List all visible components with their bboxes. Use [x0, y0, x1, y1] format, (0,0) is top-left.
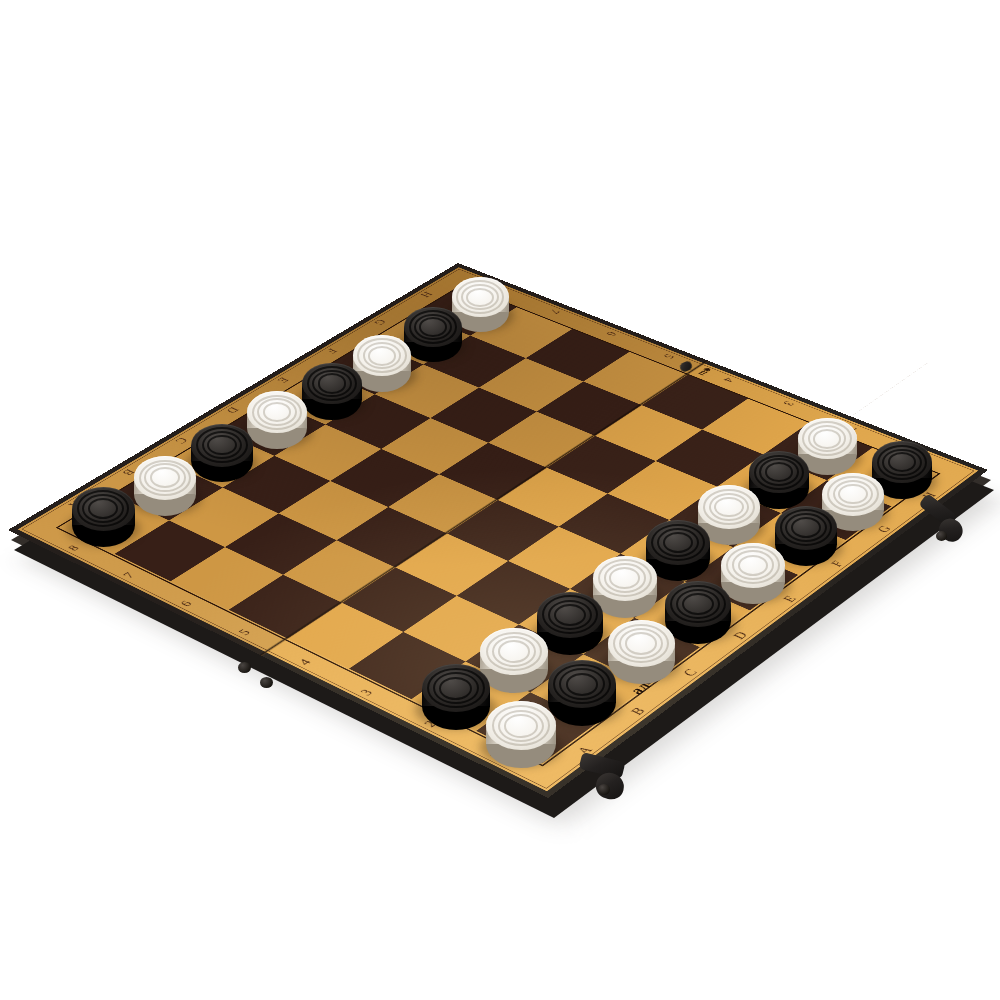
- hinge-knob-icon: [260, 677, 273, 688]
- clasp-latch-bottom-pin-icon: [598, 784, 610, 795]
- checkers-board: 8765432187654321HGFEDCBAHGFEDCBA ◉Ш ····…: [8, 263, 988, 798]
- hinge-knob-icon: [238, 662, 251, 673]
- playing-area-8x8: [59, 286, 936, 764]
- board-photo-scene: 8765432187654321HGFEDCBAHGFEDCBA ◉Ш ····…: [0, 0, 1000, 1000]
- clasp-latch-right-pin-icon: [936, 531, 947, 541]
